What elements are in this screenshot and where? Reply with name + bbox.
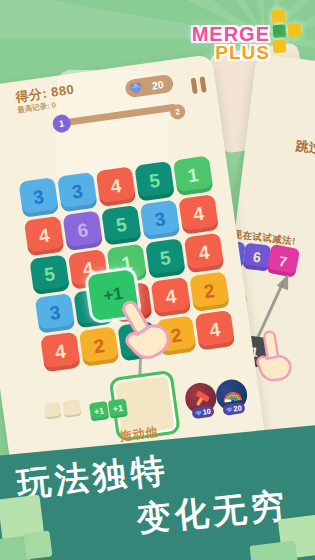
logo-plus-tiles-icon	[270, 7, 307, 55]
board-tile[interactable]: 1	[173, 155, 214, 196]
board-tile[interactable]: 3	[35, 293, 76, 334]
confetti-square	[24, 531, 53, 560]
board-tile[interactable]: 4	[40, 332, 81, 373]
pause-icon	[200, 76, 207, 93]
gem-count: 20	[142, 77, 174, 93]
yellow-tile-icon	[272, 9, 286, 23]
board-tile[interactable]: 4	[178, 194, 219, 235]
powerup-cost-badge: 20	[222, 402, 246, 416]
rainbow-icon	[221, 388, 242, 403]
queue-tile[interactable]: +1	[108, 398, 128, 418]
gem-icon	[225, 406, 233, 413]
board-tile[interactable]: 5	[29, 254, 70, 295]
tutorial-tile[interactable]: 7	[266, 244, 300, 278]
board-tile[interactable]: 5	[145, 238, 186, 279]
yellow-tile-icon	[273, 39, 287, 53]
logo-word-merge: MERGE	[190, 24, 270, 44]
board-tile[interactable]: 4	[195, 310, 236, 351]
board-tile[interactable]: 2	[189, 271, 230, 312]
level-next-badge: 2	[169, 103, 186, 120]
board-tile[interactable]: 3	[18, 177, 59, 218]
queue-tile[interactable]	[62, 399, 81, 418]
board-tile[interactable]: 5	[101, 205, 142, 246]
board-tile[interactable]: 3	[57, 172, 98, 213]
board-tile[interactable]: 4	[24, 216, 65, 257]
skip-button[interactable]: 跳过	[295, 137, 315, 158]
logo-word-plus: PLUS	[190, 43, 270, 62]
pause-button[interactable]	[191, 76, 207, 94]
board-tile[interactable]: 4	[184, 233, 225, 274]
queue-tile[interactable]	[44, 402, 62, 420]
board-tile[interactable]: 5	[134, 161, 175, 202]
green-tile-icon	[273, 24, 287, 38]
yellow-tile-icon	[288, 23, 302, 37]
pause-icon	[191, 78, 198, 95]
board-tile[interactable]: 6	[62, 210, 103, 251]
hammer-powerup-button[interactable]: 10	[183, 381, 218, 416]
queue-tile[interactable]: +1	[89, 401, 109, 421]
powerup-cost-badge: 10	[191, 405, 215, 419]
rainbow-powerup-button[interactable]: 20	[214, 378, 249, 413]
game-logo: MERGE PLUS	[190, 24, 270, 62]
gem-icon	[194, 409, 202, 416]
board-tile[interactable]: 3	[140, 200, 181, 241]
board-tile[interactable]: 4	[96, 166, 137, 207]
